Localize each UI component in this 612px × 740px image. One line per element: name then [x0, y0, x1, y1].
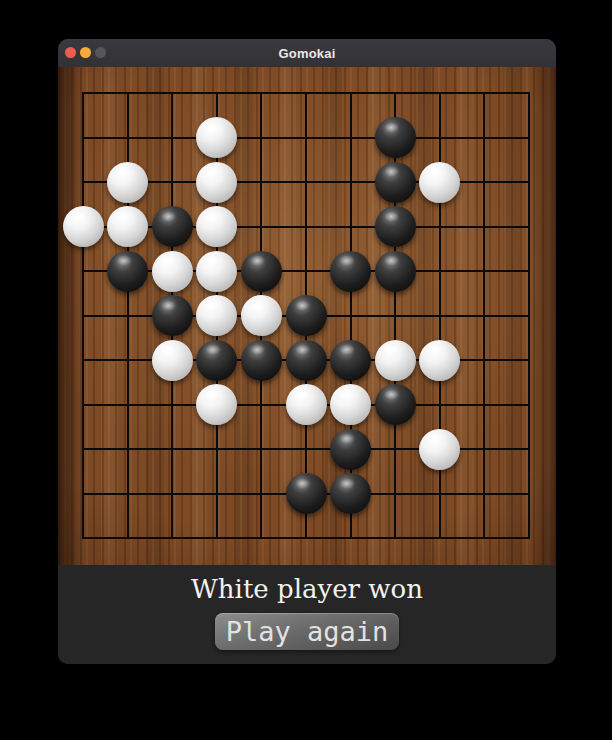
stone-highlight [205, 166, 221, 177]
stone-highlight [428, 166, 444, 177]
white-stone [196, 251, 237, 292]
black-stone [330, 251, 371, 292]
grid-line-vertical [394, 92, 396, 539]
stone-highlight [116, 255, 132, 266]
stone-highlight [205, 389, 221, 400]
black-stone [152, 206, 193, 247]
black-stone [286, 295, 327, 336]
stone-highlight [339, 433, 355, 444]
stone-highlight [250, 255, 266, 266]
status-panel: White player won Play again [58, 565, 556, 664]
white-stone [196, 295, 237, 336]
grid-line-vertical [350, 92, 352, 539]
white-stone [241, 295, 282, 336]
white-stone [419, 162, 460, 203]
stone-highlight [384, 211, 400, 222]
grid-line-horizontal [82, 448, 530, 450]
stone-highlight [339, 389, 355, 400]
stone-highlight [428, 344, 444, 355]
screen: Gomokai White player won Play again [0, 0, 612, 740]
white-stone [196, 117, 237, 158]
white-stone [196, 384, 237, 425]
black-stone [375, 206, 416, 247]
stone-highlight [161, 300, 177, 311]
black-stone [375, 117, 416, 158]
black-stone [375, 162, 416, 203]
minimize-button[interactable] [80, 47, 91, 58]
stone-highlight [205, 344, 221, 355]
stone-highlight [339, 344, 355, 355]
stone-highlight [205, 122, 221, 133]
stone-highlight [250, 300, 266, 311]
grid-line-vertical [439, 92, 441, 539]
app-window: Gomokai White player won Play again [58, 39, 556, 664]
white-stone [419, 340, 460, 381]
stone-highlight [205, 255, 221, 266]
stone-highlight [161, 344, 177, 355]
stone-highlight [205, 211, 221, 222]
grid-line-vertical [528, 92, 530, 539]
stone-highlight [205, 300, 221, 311]
white-stone [375, 340, 416, 381]
title-bar[interactable]: Gomokai [58, 39, 556, 67]
black-stone [330, 340, 371, 381]
black-stone [241, 340, 282, 381]
stone-highlight [384, 389, 400, 400]
black-stone [241, 251, 282, 292]
black-stone [152, 295, 193, 336]
status-message: White player won [58, 565, 556, 604]
white-stone [152, 251, 193, 292]
stone-highlight [116, 211, 132, 222]
black-stone [196, 340, 237, 381]
stone-highlight [72, 211, 88, 222]
white-stone [419, 429, 460, 470]
stone-highlight [428, 433, 444, 444]
stone-highlight [161, 211, 177, 222]
play-again-button[interactable]: Play again [215, 613, 400, 650]
traffic-lights [65, 47, 106, 58]
stone-highlight [384, 344, 400, 355]
white-stone [63, 206, 104, 247]
stone-highlight [384, 122, 400, 133]
black-stone [286, 473, 327, 514]
stone-highlight [295, 478, 311, 489]
goban-board [58, 67, 556, 565]
stone-highlight [339, 478, 355, 489]
white-stone [196, 206, 237, 247]
stone-highlight [161, 255, 177, 266]
zoom-button[interactable] [95, 47, 106, 58]
white-stone [286, 384, 327, 425]
stone-highlight [339, 255, 355, 266]
white-stone [152, 340, 193, 381]
black-stone [286, 340, 327, 381]
black-stone [375, 251, 416, 292]
board-grid[interactable] [83, 93, 529, 538]
grid-line-horizontal [82, 537, 530, 539]
window-title: Gomokai [278, 46, 335, 61]
close-button[interactable] [65, 47, 76, 58]
stone-highlight [295, 389, 311, 400]
stone-highlight [116, 166, 132, 177]
white-stone [330, 384, 371, 425]
stone-highlight [384, 255, 400, 266]
stone-highlight [295, 300, 311, 311]
black-stone [330, 429, 371, 470]
black-stone [107, 251, 148, 292]
stone-highlight [250, 344, 266, 355]
black-stone [375, 384, 416, 425]
stone-highlight [295, 344, 311, 355]
black-stone [330, 473, 371, 514]
white-stone [107, 206, 148, 247]
white-stone [107, 162, 148, 203]
grid-line-vertical [483, 92, 485, 539]
white-stone [196, 162, 237, 203]
stone-highlight [384, 166, 400, 177]
